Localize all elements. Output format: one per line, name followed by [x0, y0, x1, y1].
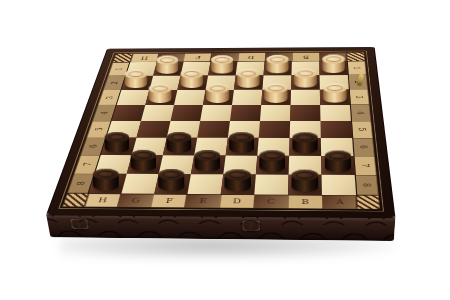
square-c5[interactable]: [259, 121, 290, 138]
piece-shadow: [205, 96, 233, 104]
checker-top: [224, 169, 251, 180]
square-g8: [121, 174, 158, 194]
checker-top: [292, 132, 318, 143]
square-f8[interactable]: [154, 174, 191, 194]
rank-label-4: 4: [92, 105, 116, 121]
square-h1: [126, 62, 157, 76]
square-d6[interactable]: [226, 138, 259, 156]
square-a8: [322, 175, 357, 195]
checker-side: [322, 59, 345, 73]
file-label-e: E: [184, 194, 220, 208]
rank-label-6: 6: [352, 138, 375, 156]
checker-dark-h6[interactable]: [105, 132, 130, 153]
checker-top: [93, 169, 119, 180]
piece-shadow: [322, 96, 350, 104]
checker-top: [167, 132, 192, 143]
checker-top: [325, 150, 351, 161]
checker-side: [323, 88, 347, 103]
checker-top: [149, 84, 172, 94]
square-a3[interactable]: [320, 90, 350, 105]
piece-shadow: [321, 67, 348, 75]
square-c2: [262, 75, 291, 90]
piece-shadow: [293, 81, 320, 89]
square-b8[interactable]: [288, 175, 322, 195]
checker-side: [206, 88, 229, 103]
checker-light-g3[interactable]: [149, 84, 172, 103]
checker-top: [125, 69, 147, 78]
checker-top: [291, 170, 318, 181]
rank-label-1: 1: [108, 62, 130, 75]
file-labels-near: HGFEDCBA: [84, 193, 357, 209]
checker-light-c3[interactable]: [264, 83, 287, 103]
checker-side: [181, 74, 203, 88]
file-label-h: H: [130, 53, 158, 62]
product-photo-background: HGFEDCBA HGFEDCBA 12345678 12345678: [0, 0, 450, 300]
square-h4[interactable]: [112, 105, 146, 121]
rank-label-3: 3: [98, 90, 122, 105]
checker-side: [211, 60, 233, 74]
piece-shadow: [155, 68, 182, 75]
piece-shadow: [263, 96, 291, 104]
file-label-c: C: [264, 53, 292, 62]
square-e5[interactable]: [197, 121, 230, 138]
square-c1[interactable]: [264, 61, 292, 75]
checker-dark-c7[interactable]: [259, 150, 285, 172]
file-label-f: F: [183, 53, 212, 62]
checker-top: [322, 54, 345, 63]
checker-dark-h8[interactable]: [93, 169, 119, 191]
square-a2: [320, 75, 349, 90]
square-e4: [200, 105, 232, 121]
brass-clasp-icon: [243, 221, 261, 231]
rank-label-4: 4: [350, 105, 372, 121]
border-corner: [113, 54, 133, 63]
file-label-c: C: [253, 194, 288, 208]
checker-light-f2[interactable]: [181, 69, 203, 88]
square-f1: [181, 62, 211, 76]
checker-dark-e7[interactable]: [195, 150, 221, 172]
square-d4[interactable]: [230, 105, 261, 121]
checker-top: [259, 150, 285, 161]
square-f3: [174, 90, 206, 105]
square-b2[interactable]: [291, 75, 320, 90]
checker-side: [125, 74, 147, 88]
square-b4[interactable]: [290, 105, 320, 121]
border-corner: [62, 193, 88, 207]
checker-side: [156, 60, 178, 74]
piece-shadow: [210, 68, 237, 75]
square-d1: [236, 62, 265, 76]
rank-label-8: 8: [355, 175, 379, 195]
file-label-d: D: [218, 194, 253, 208]
checker-dark-b8[interactable]: [291, 170, 318, 193]
file-label-a: A: [319, 52, 347, 61]
square-e3[interactable]: [203, 90, 234, 105]
board-grid: [89, 61, 356, 195]
checker-dark-d6[interactable]: [229, 132, 254, 153]
checker-side: [264, 88, 287, 103]
checker-top: [323, 83, 347, 93]
square-c3[interactable]: [261, 90, 291, 105]
checker-dark-b6[interactable]: [292, 132, 318, 153]
file-label-b: B: [287, 195, 322, 209]
checker-light-d2[interactable]: [237, 69, 260, 88]
checker-top: [294, 69, 317, 79]
square-c4: [260, 105, 291, 121]
square-g1[interactable]: [153, 62, 183, 76]
checker-dark-a7[interactable]: [325, 150, 351, 172]
checkers-board: HGFEDCBA HGFEDCBA 12345678 12345678: [47, 47, 394, 217]
file-label-b: B: [292, 52, 320, 61]
checker-top: [206, 84, 229, 94]
checker-dark-g7[interactable]: [131, 150, 156, 172]
square-e8: [187, 174, 223, 194]
rank-label-5: 5: [351, 121, 373, 138]
square-g3[interactable]: [145, 90, 177, 105]
square-d3: [232, 90, 262, 105]
square-f4[interactable]: [170, 105, 202, 121]
checker-light-h2[interactable]: [125, 69, 147, 88]
square-a7[interactable]: [321, 156, 355, 175]
checker-side: [237, 74, 260, 88]
square-b6[interactable]: [289, 138, 321, 156]
square-b1: [291, 61, 319, 75]
checker-top: [229, 132, 254, 143]
checker-side: [266, 59, 288, 73]
square-c8: [254, 175, 288, 195]
rank-label-1: 1: [347, 61, 367, 75]
checker-top: [237, 69, 260, 79]
square-a5[interactable]: [320, 121, 352, 138]
square-e7[interactable]: [191, 155, 226, 174]
square-a4: [320, 105, 351, 121]
square-e2: [206, 75, 236, 89]
checker-top: [181, 69, 203, 79]
square-b3: [291, 90, 321, 105]
checker-side: [294, 73, 317, 87]
square-g5[interactable]: [136, 121, 170, 138]
brass-clasp-icon: [71, 219, 89, 229]
file-label-g: G: [156, 53, 185, 62]
box-front-face: [46, 215, 395, 242]
checker-top: [105, 132, 130, 142]
file-label-g: G: [117, 194, 154, 208]
file-labels-far: HGFEDCBA: [130, 52, 347, 62]
checker-light-a1[interactable]: [322, 54, 345, 73]
checker-top: [131, 150, 156, 161]
piece-shadow: [236, 82, 263, 90]
checker-light-e3[interactable]: [206, 84, 229, 103]
file-label-h: H: [84, 193, 120, 207]
square-c7[interactable]: [256, 156, 289, 175]
file-label-a: A: [322, 195, 357, 209]
checker-side: [149, 89, 172, 104]
checker-dark-d8[interactable]: [224, 169, 251, 191]
piece-shadow: [179, 82, 207, 90]
checker-dark-f8[interactable]: [158, 169, 184, 191]
square-g2: [149, 76, 180, 90]
square-f6[interactable]: [163, 138, 197, 156]
piece-shadow: [123, 82, 151, 90]
file-label-d: D: [237, 53, 265, 62]
border-corner: [356, 195, 380, 209]
border-corner: [346, 52, 365, 61]
file-label-e: E: [210, 53, 238, 62]
square-h3: [117, 90, 150, 105]
piece-shadow: [265, 67, 291, 75]
square-f2[interactable]: [177, 76, 208, 90]
checker-top: [264, 83, 287, 93]
checker-dark-f6[interactable]: [167, 132, 192, 153]
checker-top: [158, 169, 184, 180]
file-label-f: F: [150, 194, 186, 208]
rank-label-2: 2: [103, 76, 126, 90]
checker-light-b2[interactable]: [294, 69, 317, 88]
square-h8[interactable]: [89, 174, 127, 194]
square-g4: [141, 105, 174, 121]
square-e1[interactable]: [208, 62, 237, 76]
piece-shadow: [147, 96, 176, 104]
rank-label-7: 7: [353, 156, 377, 175]
square-h2[interactable]: [121, 76, 153, 90]
checker-top: [266, 55, 288, 64]
checker-light-a3[interactable]: [323, 83, 347, 103]
rank-label-3: 3: [349, 89, 370, 104]
square-d8[interactable]: [221, 174, 256, 194]
square-d2[interactable]: [234, 75, 264, 90]
checker-top: [195, 150, 221, 161]
square-a1[interactable]: [319, 61, 348, 75]
checker-light-c1[interactable]: [266, 55, 288, 74]
